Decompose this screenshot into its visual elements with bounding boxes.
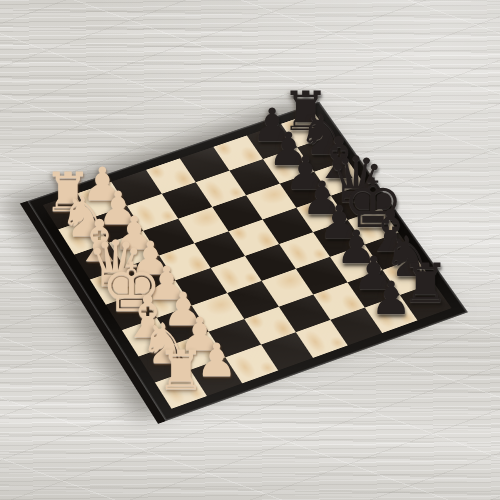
chess-board [27, 102, 468, 422]
wood-table-background: ♜♟♞♟♝♟♟♛♜♟♟♚♞♟♟♝♝♟♟♞♛♟♟♜♚♟♟♝♟♞♟♜ [0, 0, 500, 500]
board-perspective-wrapper [27, 102, 468, 422]
